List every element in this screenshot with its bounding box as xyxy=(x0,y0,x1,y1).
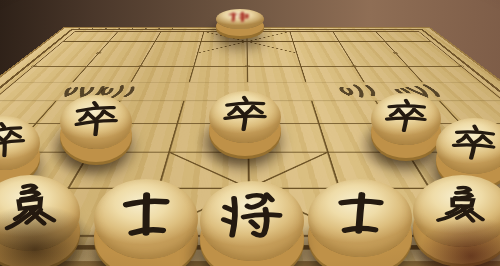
general-glyph-帥 xyxy=(225,10,255,24)
elephant-glyph-象 xyxy=(0,181,63,235)
elephant-glyph-象 xyxy=(432,183,493,229)
advisor-glyph-士 xyxy=(328,188,392,238)
piece-top-face xyxy=(94,179,198,259)
piece-red-general-e9[interactable] xyxy=(216,9,264,36)
piece-top-face xyxy=(371,93,441,145)
piece-black-elephant-g0[interactable] xyxy=(413,175,500,264)
advisor-glyph-士 xyxy=(113,188,179,240)
soldier-glyph-卒 xyxy=(71,99,121,137)
xiangqi-photo-scene xyxy=(0,0,500,266)
piece-black-elephant-c0[interactable] xyxy=(0,175,80,266)
soldier-glyph-卒 xyxy=(382,97,430,133)
piece-black-general-e0[interactable] xyxy=(200,181,304,266)
piece-black-advisor-d0[interactable] xyxy=(94,179,198,266)
piece-top-face xyxy=(413,175,500,247)
pieces-layer xyxy=(0,0,500,266)
piece-top-face xyxy=(60,95,132,149)
soldier-glyph-卒 xyxy=(221,95,269,131)
piece-top-face xyxy=(308,179,412,257)
piece-black-soldier-a3[interactable] xyxy=(0,116,40,183)
piece-black-soldier-e3[interactable] xyxy=(209,91,281,156)
general-glyph-将 xyxy=(220,190,284,242)
piece-top-face xyxy=(216,9,264,29)
piece-top-face xyxy=(209,91,281,143)
soldier-glyph-卒 xyxy=(449,122,500,162)
piece-black-soldier-c3[interactable] xyxy=(60,95,132,162)
soldier-glyph-卒 xyxy=(0,119,29,160)
piece-black-advisor-f0[interactable] xyxy=(308,179,412,266)
piece-top-face xyxy=(200,181,304,261)
